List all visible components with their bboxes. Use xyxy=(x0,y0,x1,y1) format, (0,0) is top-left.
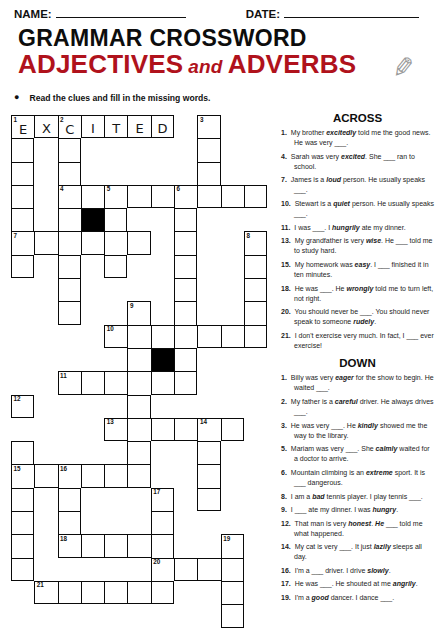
grid-cell-r2c8[interactable] xyxy=(197,162,220,185)
grid-cell-r4c0[interactable] xyxy=(11,208,34,231)
cell-number: 20 xyxy=(153,559,160,565)
grid-cell-r18c2[interactable]: 18 xyxy=(58,534,81,557)
grid-cell-r15c5[interactable] xyxy=(127,464,150,487)
grid-cell-r8c7[interactable] xyxy=(174,301,197,324)
grid-cell-r0c8[interactable]: 3 xyxy=(197,115,220,138)
grid-cell-r0c2[interactable]: 2C xyxy=(58,115,81,138)
grid-cell-r13c9[interactable] xyxy=(221,418,244,441)
grid-cell-r11c7[interactable] xyxy=(174,371,197,394)
grid-cell-r18c0[interactable] xyxy=(11,534,34,557)
grid-cell-r0c4[interactable]: T xyxy=(104,115,127,138)
grid-cell-r3c10[interactable] xyxy=(244,185,267,208)
clue-number: 7. xyxy=(281,176,287,183)
grid-cell-r8c10[interactable] xyxy=(244,301,267,324)
clues-panel: ACROSS 1. My brother excitedly told me t… xyxy=(281,112,434,607)
clue-text: My grandfather is very wise. He ___ told… xyxy=(294,237,432,254)
instruction-text: Read the clues and fill in the missing w… xyxy=(29,93,210,103)
grid-cell-r12c5[interactable] xyxy=(127,395,150,418)
cell-number: 11 xyxy=(60,373,67,379)
filled-letter: X xyxy=(42,117,51,136)
down-heading: DOWN xyxy=(281,357,434,369)
grid-cell-r5c1[interactable] xyxy=(34,231,57,254)
subtitle-and: and xyxy=(188,56,222,77)
grid-cell-r3c3[interactable] xyxy=(81,185,104,208)
clue-number: 10. xyxy=(281,200,291,207)
black-cell-r10c6 xyxy=(151,348,174,371)
cell-number: 5 xyxy=(107,186,111,192)
grid-cell-r4c2[interactable] xyxy=(58,208,81,231)
grid-cell-r3c0[interactable] xyxy=(11,185,34,208)
grid-cell-r3c4[interactable]: 5 xyxy=(104,185,127,208)
grid-cell-r20c9[interactable] xyxy=(221,581,244,604)
clue-text: My father is a careful driver. He always… xyxy=(291,398,434,415)
name-date-row: NAME:DATE: xyxy=(14,7,430,20)
clue-text: Mariam was very ___. She calmly waited f… xyxy=(291,445,430,462)
grid-cell-r6c2[interactable] xyxy=(58,255,81,278)
grid-cell-r11c2[interactable]: 11 xyxy=(58,371,81,394)
grid-cell-r5c3[interactable] xyxy=(81,231,104,254)
clue-text: I'm a ___ driver. I drive slowly. xyxy=(295,567,391,574)
black-cell-r4c3 xyxy=(81,208,104,231)
clue-text: He was ___. He shouted at me angrily. xyxy=(295,580,418,587)
cell-number: 12 xyxy=(14,396,21,402)
grid-cell-r3c6[interactable] xyxy=(151,185,174,208)
bullet-icon: ● xyxy=(14,92,19,102)
cell-number: 7 xyxy=(14,233,18,239)
clue-text: I don't exercise very much. In fact, I _… xyxy=(294,332,434,349)
down-clue-1: 1. Billy was very eager for the show to … xyxy=(281,373,434,393)
grid-cell-r13c6[interactable] xyxy=(151,418,174,441)
grid-cell-r7c10[interactable] xyxy=(244,278,267,301)
clue-number: 19. xyxy=(281,594,291,601)
clue-text: Sarah was very excited. She ___ ran to s… xyxy=(291,153,415,170)
clue-text: I was ___. I hungrily ate my dinner. xyxy=(294,224,405,231)
down-clue-16: 16. I'm a ___ driver. I drive slowly. xyxy=(281,566,434,576)
grid-cell-r15c1[interactable] xyxy=(34,464,57,487)
clue-number: 16. xyxy=(281,567,291,574)
clue-number: 6. xyxy=(281,469,287,476)
down-clue-9: 9. I ___ ate my dinner. I was hungry. xyxy=(281,505,434,515)
grid-cell-r14c5[interactable] xyxy=(127,441,150,464)
grid-cell-r1c0[interactable] xyxy=(11,138,34,161)
clue-text: That man is very honest. He ___ told me … xyxy=(294,520,423,537)
grid-cell-r2c0[interactable] xyxy=(11,162,34,185)
grid-cell-r19c8[interactable] xyxy=(197,558,220,581)
clue-number: 3. xyxy=(281,422,287,429)
clue-text: Billy was very eager for the show to beg… xyxy=(291,374,434,391)
down-clue-2: 2. My father is a careful driver. He alw… xyxy=(281,397,434,417)
grid-cell-r4c4[interactable] xyxy=(104,208,127,231)
grid-cell-r12c0[interactable]: 12 xyxy=(11,395,34,418)
across-clue-11: 11. I was ___. I hungrily ate my dinner. xyxy=(281,223,434,233)
down-clue-17: 17. He was ___. He shouted at me angrily… xyxy=(281,579,434,589)
cell-number: 13 xyxy=(107,419,114,425)
name-blank-line[interactable] xyxy=(56,7,186,18)
name-label: NAME: xyxy=(14,8,52,20)
grid-cell-r16c6[interactable]: 17 xyxy=(151,488,174,511)
grid-cell-r15c0[interactable]: 15 xyxy=(11,464,34,487)
grid-cell-r6c7[interactable] xyxy=(174,255,197,278)
clue-number: 12. xyxy=(281,520,291,527)
clue-number: 1. xyxy=(281,129,287,136)
grid-cell-r9c7[interactable] xyxy=(174,325,197,348)
clue-text: He was very ___. He kindly showed me the… xyxy=(291,422,428,439)
cell-number: 9 xyxy=(130,303,134,309)
grid-cell-r20c3[interactable] xyxy=(81,581,104,604)
grid-cell-r19c9[interactable] xyxy=(221,558,244,581)
grid-cell-r9c6[interactable] xyxy=(151,325,174,348)
grid-cell-r13c5[interactable] xyxy=(127,418,150,441)
grid-cell-r7c2[interactable] xyxy=(58,278,81,301)
grid-cell-r5c4[interactable] xyxy=(104,231,127,254)
grid-cell-r1c2[interactable] xyxy=(58,138,81,161)
clue-number: 21. xyxy=(281,332,291,339)
grid-cell-r16c8[interactable] xyxy=(197,488,220,511)
down-clues-list: 1. Billy was very eager for the show to … xyxy=(281,373,434,603)
instruction-line: ●Read the clues and fill in the missing … xyxy=(14,92,210,103)
down-clue-14: 14. My cat is very ___. It just lazily s… xyxy=(281,542,434,562)
clue-text: My homework was easy. I ___ finished it … xyxy=(294,261,429,278)
grid-cell-r20c6[interactable] xyxy=(151,581,174,604)
cell-number: 4 xyxy=(60,186,64,192)
grid-cell-r11c6[interactable] xyxy=(151,371,174,394)
cell-number: 8 xyxy=(246,233,250,239)
grid-cell-r5c2[interactable] xyxy=(58,231,81,254)
grid-cell-r5c10[interactable]: 8 xyxy=(244,231,267,254)
clue-number: 17. xyxy=(281,580,291,587)
grid-cell-r16c0[interactable] xyxy=(11,488,34,511)
grid-cell-r8c2[interactable] xyxy=(58,301,81,324)
clue-text: Mountain climbing is an extreme sport. I… xyxy=(291,469,425,486)
cell-number: 19 xyxy=(223,536,230,542)
clue-number: 5. xyxy=(281,445,287,452)
clue-text: Stewart is a quiet person. He usually sp… xyxy=(294,200,434,217)
clue-text: I ___ ate my dinner. I was hungry. xyxy=(291,506,398,513)
grid-cell-r0c1[interactable]: X xyxy=(34,115,57,138)
grid-cell-r0c0[interactable]: 1E xyxy=(11,115,34,138)
clue-text: My cat is very ___. It just lazily sleep… xyxy=(294,543,422,560)
grid-cell-r3c2[interactable]: 4 xyxy=(58,185,81,208)
filled-letter: E xyxy=(19,118,27,137)
clue-number: 15. xyxy=(281,261,291,268)
grid-cell-r4c7[interactable] xyxy=(174,208,197,231)
clue-number: 14. xyxy=(281,543,291,550)
grid-cell-r15c4[interactable] xyxy=(104,464,127,487)
grid-cell-r13c4[interactable]: 13 xyxy=(104,418,127,441)
grid-cell-r13c7[interactable] xyxy=(174,418,197,441)
clue-number: 20. xyxy=(281,308,291,315)
filled-letter: E xyxy=(136,117,144,136)
cell-number: 16 xyxy=(60,466,67,472)
grid-cell-r3c7[interactable]: 6 xyxy=(174,185,197,208)
down-clue-8: 8. I am a bad tennis player. I play tenn… xyxy=(281,492,434,502)
filled-letter: I xyxy=(91,117,95,136)
grid-cell-r9c5[interactable] xyxy=(127,325,150,348)
grid-cell-r6c10[interactable] xyxy=(244,255,267,278)
across-clue-10: 10. Stewart is a quiet person. He usuall… xyxy=(281,199,434,219)
grid-cell-r17c6[interactable] xyxy=(151,511,174,534)
across-clue-7: 7. James is a loud person. He usually sp… xyxy=(281,175,434,195)
page-title: GRAMMAR CROSSWORD xyxy=(18,25,307,52)
clue-text: I'm a good dancer. I dance ___. xyxy=(295,594,394,601)
grid-cell-r15c3[interactable] xyxy=(81,464,104,487)
grid-cell-r9c8[interactable] xyxy=(197,325,220,348)
down-clue-12: 12. That man is very honest. He ___ told… xyxy=(281,519,434,539)
down-clue-5: 5. Mariam was very ___. She calmly waite… xyxy=(281,444,434,464)
grid-cell-r0c6[interactable]: D xyxy=(151,115,174,138)
grid-cell-r0c3[interactable]: I xyxy=(81,115,104,138)
cell-number: 21 xyxy=(37,582,44,588)
clue-text: I am a bad tennis player. I play tennis … xyxy=(291,493,423,500)
grid-cell-r6c4[interactable] xyxy=(104,255,127,278)
grid-cell-r18c6[interactable] xyxy=(151,534,174,557)
grid-cell-r9c10[interactable] xyxy=(244,325,267,348)
clue-number: 1. xyxy=(281,374,287,381)
cell-number: 10 xyxy=(107,326,114,332)
page-subtitle: ADJECTIVESandADVERBS xyxy=(18,49,356,80)
grid-cell-r20c4[interactable] xyxy=(104,581,127,604)
grid-cell-r3c9[interactable] xyxy=(221,185,244,208)
down-clue-6: 6. Mountain climbing is an extreme sport… xyxy=(281,468,434,488)
grid-cell-r14c0[interactable] xyxy=(11,441,34,464)
grid-cell-r15c8[interactable] xyxy=(197,464,220,487)
clue-number: 8. xyxy=(281,493,287,500)
clue-text: He was ___. He wrongly told me to turn l… xyxy=(294,285,433,302)
clue-number: 2. xyxy=(281,398,287,405)
grid-cell-r6c0[interactable] xyxy=(11,255,34,278)
across-heading: ACROSS xyxy=(281,112,434,124)
grid-cell-r19c0[interactable] xyxy=(11,558,34,581)
filled-letter: D xyxy=(157,117,167,136)
crossword-grid: 1EX2CITED3456789101112131415161718192021 xyxy=(11,115,267,628)
cell-number: 18 xyxy=(60,536,67,542)
grid-cell-r10c7[interactable] xyxy=(174,348,197,371)
across-clue-1: 1. My brother excitedly told me the good… xyxy=(281,128,434,148)
grid-cell-r19c7[interactable] xyxy=(174,558,197,581)
grid-cell-r15c2[interactable]: 16 xyxy=(58,464,81,487)
across-clue-21: 21. I don't exercise very much. In fact,… xyxy=(281,331,434,351)
clue-text: My brother excitedly told me the good ne… xyxy=(291,129,431,146)
grid-cell-r11c4[interactable] xyxy=(104,371,127,394)
across-clue-15: 15. My homework was easy. I ___ finished… xyxy=(281,260,434,280)
grid-cell-r19c6[interactable]: 20 xyxy=(151,558,174,581)
across-clues-list: 1. My brother excitedly told me the good… xyxy=(281,128,434,351)
filled-letter: C xyxy=(65,118,74,137)
grid-cell-r1c8[interactable] xyxy=(197,138,220,161)
clue-number: 11. xyxy=(281,224,290,231)
clue-number: 18. xyxy=(281,285,291,292)
cell-number: 3 xyxy=(200,117,204,123)
filled-letter: T xyxy=(112,117,120,136)
grid-cell-r20c1[interactable]: 21 xyxy=(34,581,57,604)
clue-number: 13. xyxy=(281,237,291,244)
grid-cell-r10c5[interactable] xyxy=(127,348,150,371)
subtitle-adverbs: ADVERBS xyxy=(228,49,357,79)
grid-cell-r14c8[interactable] xyxy=(197,441,220,464)
grid-cell-r3c5[interactable] xyxy=(127,185,150,208)
clue-text: You should never be ___. You should neve… xyxy=(294,308,429,325)
across-clue-18: 18. He was ___. He wrongly told me to tu… xyxy=(281,284,434,304)
grid-cell-r7c7[interactable] xyxy=(174,278,197,301)
cell-number: 1 xyxy=(14,117,18,123)
across-clue-13: 13. My grandfather is very wise. He ___ … xyxy=(281,236,434,256)
grid-cell-r5c5[interactable] xyxy=(127,231,150,254)
grid-cell-r9c9[interactable] xyxy=(221,325,244,348)
cell-number: 17 xyxy=(153,489,160,495)
cell-number: 15 xyxy=(14,466,21,472)
grid-cell-r16c2[interactable] xyxy=(58,488,81,511)
clue-number: 9. xyxy=(281,506,287,513)
date-label: DATE: xyxy=(246,8,280,20)
clue-text: James is a loud person. He usually speak… xyxy=(291,176,425,193)
grid-cell-r17c2[interactable] xyxy=(58,511,81,534)
subtitle-adjectives: ADJECTIVES xyxy=(18,49,183,79)
grid-cell-r11c5[interactable] xyxy=(127,371,150,394)
grid-cell-r18c3[interactable] xyxy=(81,534,104,557)
grid-cell-r20c5[interactable] xyxy=(127,581,150,604)
clue-number: 4. xyxy=(281,153,287,160)
date-blank-line[interactable] xyxy=(284,7,419,18)
cell-number: 14 xyxy=(200,419,207,425)
grid-cell-r20c2[interactable] xyxy=(58,581,81,604)
grid-cell-r3c8[interactable] xyxy=(197,185,220,208)
across-clue-20: 20. You should never be ___. You should … xyxy=(281,307,434,327)
cell-number: 6 xyxy=(177,186,181,192)
grid-cell-r18c9[interactable]: 19 xyxy=(221,534,244,557)
down-clue-3: 3. He was very ___. He kindly showed me … xyxy=(281,421,434,441)
grid-cell-r8c5[interactable]: 9 xyxy=(127,301,150,324)
grid-cell-r13c8[interactable]: 14 xyxy=(197,418,220,441)
cell-number: 2 xyxy=(60,117,64,123)
grid-cell-r18c5[interactable] xyxy=(127,534,150,557)
grid-cell-r0c5[interactable]: E xyxy=(127,115,150,138)
grid-cell-r2c2[interactable] xyxy=(58,162,81,185)
down-clue-19: 19. I'm a good dancer. I dance ___. xyxy=(281,593,434,603)
grid-cell-r11c3[interactable] xyxy=(81,371,104,394)
across-clue-4: 4. Sarah was very excited. She ___ ran t… xyxy=(281,152,434,172)
grid-cell-r5c7[interactable] xyxy=(174,231,197,254)
grid-cell-r5c0[interactable]: 7 xyxy=(11,231,34,254)
grid-cell-r21c9[interactable] xyxy=(221,604,244,627)
grid-cell-r9c4[interactable]: 10 xyxy=(104,325,127,348)
grid-cell-r17c0[interactable] xyxy=(11,511,34,534)
grid-cell-r18c4[interactable] xyxy=(104,534,127,557)
pencil-icon: ✎ xyxy=(390,51,416,85)
